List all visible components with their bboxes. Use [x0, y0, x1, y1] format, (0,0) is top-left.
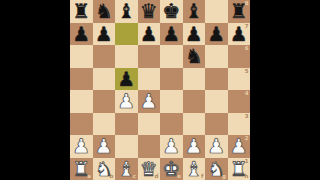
square-g6[interactable]: [205, 45, 228, 68]
square-b4[interactable]: [93, 90, 116, 113]
square-h5[interactable]: 5: [228, 68, 251, 91]
square-d2[interactable]: [138, 135, 161, 158]
square-b6[interactable]: [93, 45, 116, 68]
piece-black-pawn[interactable]: ♟: [162, 23, 180, 43]
square-f8[interactable]: ♝: [183, 0, 206, 23]
video-frame: ♜♞♝♛♚♝♜8♟♟♟♟♟♟♟7♞6♟5♟♟43♟♟♟♟♟♟2♜a♞b♝c♛d♚…: [0, 0, 320, 180]
piece-white-pawn[interactable]: ♟: [117, 91, 135, 111]
piece-black-knight[interactable]: ♞: [185, 46, 203, 66]
square-h6[interactable]: 6: [228, 45, 251, 68]
square-b8[interactable]: ♞: [93, 0, 116, 23]
piece-black-king[interactable]: ♚: [162, 1, 180, 21]
square-d8[interactable]: ♛: [138, 0, 161, 23]
right-black-bar: [250, 0, 320, 180]
coord-rank-5: 5: [245, 69, 249, 75]
square-c8[interactable]: ♝: [115, 0, 138, 23]
piece-black-rook[interactable]: ♜: [230, 1, 248, 21]
square-f3[interactable]: [183, 113, 206, 136]
piece-white-knight[interactable]: ♞: [95, 158, 113, 178]
piece-black-pawn[interactable]: ♟: [117, 68, 135, 88]
square-f5[interactable]: [183, 68, 206, 91]
piece-black-pawn[interactable]: ♟: [230, 23, 248, 43]
piece-white-pawn[interactable]: ♟: [185, 136, 203, 156]
square-a8[interactable]: ♜: [70, 0, 93, 23]
square-a5[interactable]: [70, 68, 93, 91]
square-b1[interactable]: ♞b: [93, 158, 116, 181]
piece-white-pawn[interactable]: ♟: [230, 136, 248, 156]
square-c5[interactable]: ♟: [115, 68, 138, 91]
piece-white-pawn[interactable]: ♟: [72, 136, 90, 156]
square-g2[interactable]: ♟: [205, 135, 228, 158]
square-e2[interactable]: ♟: [160, 135, 183, 158]
chess-board: ♜♞♝♛♚♝♜8♟♟♟♟♟♟♟7♞6♟5♟♟43♟♟♟♟♟♟2♜a♞b♝c♛d♚…: [70, 0, 250, 180]
square-e4[interactable]: [160, 90, 183, 113]
square-e3[interactable]: [160, 113, 183, 136]
square-c3[interactable]: [115, 113, 138, 136]
piece-black-pawn[interactable]: ♟: [207, 23, 225, 43]
square-a7[interactable]: ♟: [70, 23, 93, 46]
square-g1[interactable]: ♞g: [205, 158, 228, 181]
square-b7[interactable]: ♟: [93, 23, 116, 46]
square-c1[interactable]: ♝c: [115, 158, 138, 181]
square-f7[interactable]: ♟: [183, 23, 206, 46]
square-d4[interactable]: ♟: [138, 90, 161, 113]
piece-white-pawn[interactable]: ♟: [140, 91, 158, 111]
piece-black-queen[interactable]: ♛: [140, 1, 158, 21]
square-h7[interactable]: ♟7: [228, 23, 251, 46]
square-d5[interactable]: [138, 68, 161, 91]
square-h4[interactable]: 4: [228, 90, 251, 113]
square-g4[interactable]: [205, 90, 228, 113]
piece-black-pawn[interactable]: ♟: [72, 23, 90, 43]
piece-white-pawn[interactable]: ♟: [207, 136, 225, 156]
piece-black-knight[interactable]: ♞: [95, 1, 113, 21]
square-d1[interactable]: ♛d: [138, 158, 161, 181]
piece-white-bishop[interactable]: ♝: [185, 158, 203, 178]
square-c2[interactable]: [115, 135, 138, 158]
square-f6[interactable]: ♞: [183, 45, 206, 68]
square-f2[interactable]: ♟: [183, 135, 206, 158]
square-a2[interactable]: ♟: [70, 135, 93, 158]
piece-black-pawn[interactable]: ♟: [185, 23, 203, 43]
piece-white-rook[interactable]: ♜: [230, 158, 248, 178]
square-d3[interactable]: [138, 113, 161, 136]
square-e7[interactable]: ♟: [160, 23, 183, 46]
piece-black-pawn[interactable]: ♟: [140, 23, 158, 43]
square-b5[interactable]: [93, 68, 116, 91]
piece-white-queen[interactable]: ♛: [140, 158, 158, 178]
square-b3[interactable]: [93, 113, 116, 136]
piece-white-knight[interactable]: ♞: [207, 158, 225, 178]
coord-rank-6: 6: [245, 46, 249, 52]
left-black-bar: [0, 0, 70, 180]
square-d7[interactable]: ♟: [138, 23, 161, 46]
coord-rank-3: 3: [245, 114, 249, 120]
piece-white-bishop[interactable]: ♝: [117, 158, 135, 178]
square-f1[interactable]: ♝f: [183, 158, 206, 181]
square-a1[interactable]: ♜a: [70, 158, 93, 181]
square-a4[interactable]: [70, 90, 93, 113]
square-f4[interactable]: [183, 90, 206, 113]
square-d6[interactable]: [138, 45, 161, 68]
coord-rank-4: 4: [245, 91, 249, 97]
square-h3[interactable]: 3: [228, 113, 251, 136]
square-c4[interactable]: ♟: [115, 90, 138, 113]
square-c7[interactable]: [115, 23, 138, 46]
square-h8[interactable]: ♜8: [228, 0, 251, 23]
square-e5[interactable]: [160, 68, 183, 91]
square-a6[interactable]: [70, 45, 93, 68]
piece-white-rook[interactable]: ♜: [72, 158, 90, 178]
piece-black-bishop[interactable]: ♝: [117, 1, 135, 21]
square-b2[interactable]: ♟: [93, 135, 116, 158]
square-c6[interactable]: [115, 45, 138, 68]
square-g7[interactable]: ♟: [205, 23, 228, 46]
square-h2[interactable]: ♟2: [228, 135, 251, 158]
square-h1[interactable]: ♜1h: [228, 158, 251, 181]
piece-black-rook[interactable]: ♜: [72, 1, 90, 21]
piece-white-pawn[interactable]: ♟: [95, 136, 113, 156]
piece-white-king[interactable]: ♚: [162, 158, 180, 178]
square-g3[interactable]: [205, 113, 228, 136]
square-e1[interactable]: ♚e: [160, 158, 183, 181]
square-g8[interactable]: [205, 0, 228, 23]
piece-black-bishop[interactable]: ♝: [185, 1, 203, 21]
piece-white-pawn[interactable]: ♟: [162, 136, 180, 156]
square-a3[interactable]: [70, 113, 93, 136]
square-e8[interactable]: ♚: [160, 0, 183, 23]
piece-black-pawn[interactable]: ♟: [95, 23, 113, 43]
square-g5[interactable]: [205, 68, 228, 91]
square-e6[interactable]: [160, 45, 183, 68]
